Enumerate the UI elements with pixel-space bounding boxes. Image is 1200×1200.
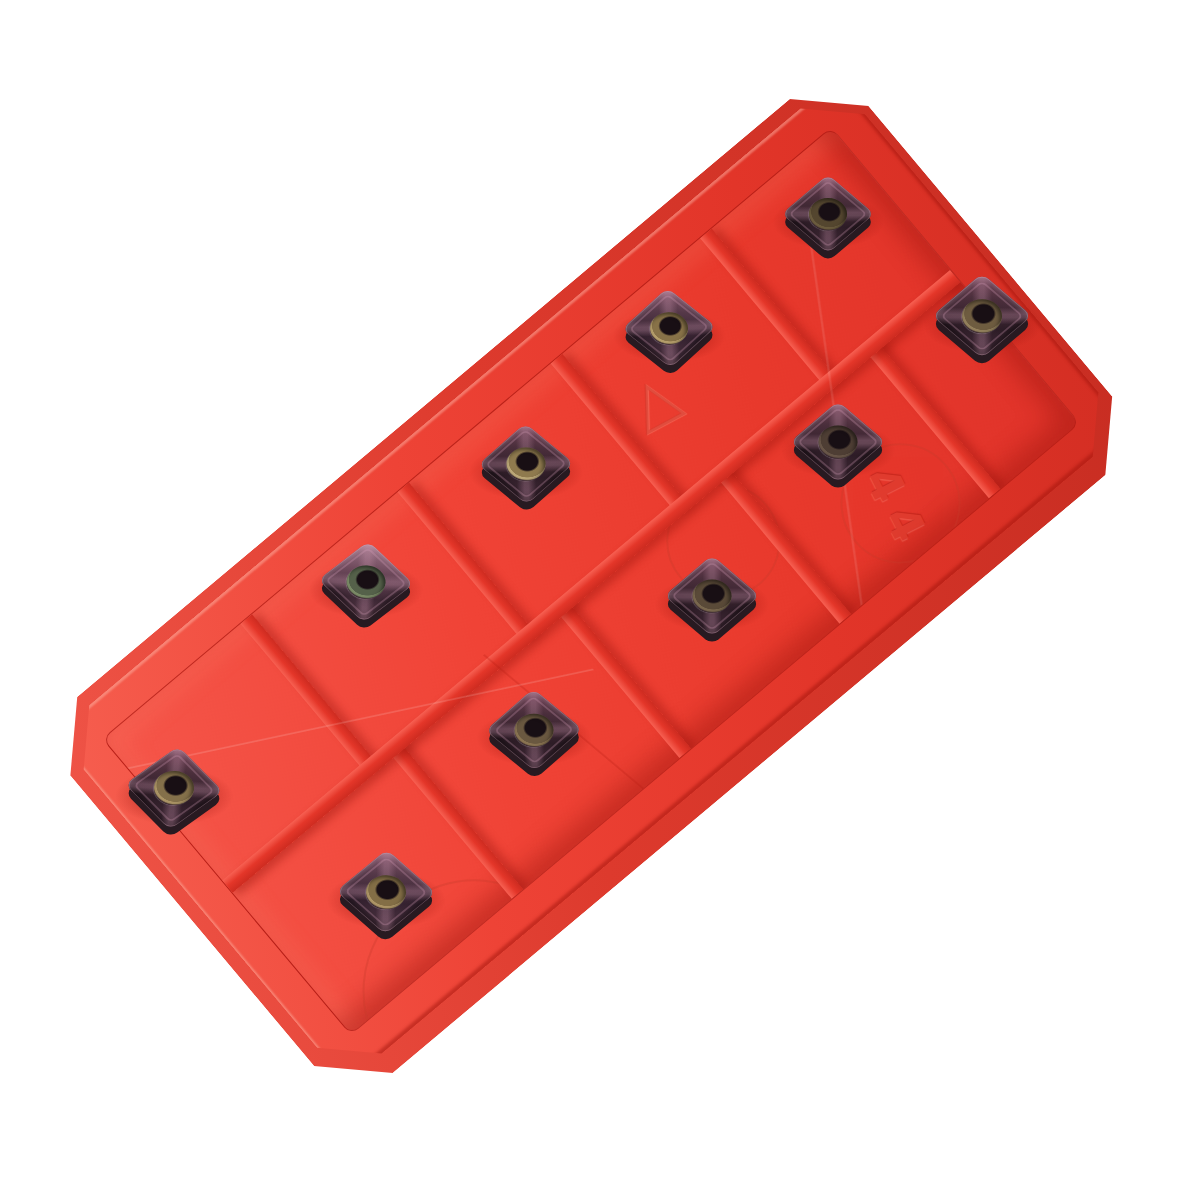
carbide-insert [139, 753, 209, 823]
insert-center-hole [357, 868, 414, 917]
carbide-insert [678, 562, 746, 630]
carbide-insert [332, 548, 400, 616]
carbide-insert [636, 295, 703, 362]
carbide-insert [500, 696, 569, 765]
insert-center-hole [146, 764, 202, 812]
carbide-insert [804, 408, 872, 476]
product-photo-stage: 44 △ [0, 0, 1200, 1200]
insert-center-hole [953, 292, 1010, 341]
insert-center-hole [642, 305, 696, 351]
carbide-insert [351, 857, 422, 928]
carbide-insert [795, 181, 861, 247]
insert-center-hole [811, 419, 866, 466]
insert-center-hole [801, 191, 854, 236]
carbide-insert [947, 281, 1018, 352]
inserts-layer [0, 0, 1200, 1200]
insert-center-hole [499, 441, 554, 488]
insert-center-hole [506, 706, 562, 753]
carbide-insert [492, 430, 560, 498]
insert-center-hole [339, 559, 394, 606]
insert-center-hole [685, 573, 740, 620]
